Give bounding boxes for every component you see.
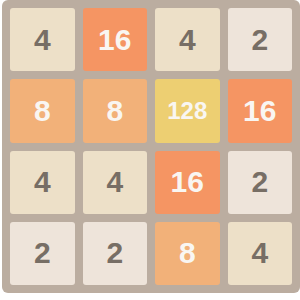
tile-r4c1-2: 2 [10,222,75,285]
tile-r3c4-2: 2 [228,151,293,214]
tile-r1c3-4: 4 [155,8,220,71]
tile-r4c2-2: 2 [83,222,148,285]
tile-r1c4-2: 2 [228,8,293,71]
tile-r2c1-8: 8 [10,79,75,142]
board-2048[interactable]: 416428812816441622284 [2,0,300,293]
tile-r3c1-4: 4 [10,151,75,214]
tile-r2c2-8: 8 [83,79,148,142]
tile-r2c3-128: 128 [155,79,220,142]
tile-r1c2-16: 16 [83,8,148,71]
tile-r2c4-16: 16 [228,79,293,142]
tile-r4c4-4: 4 [228,222,293,285]
tile-r3c3-16: 16 [155,151,220,214]
tile-r4c3-8: 8 [155,222,220,285]
tile-r3c2-4: 4 [83,151,148,214]
tile-r1c1-4: 4 [10,8,75,71]
